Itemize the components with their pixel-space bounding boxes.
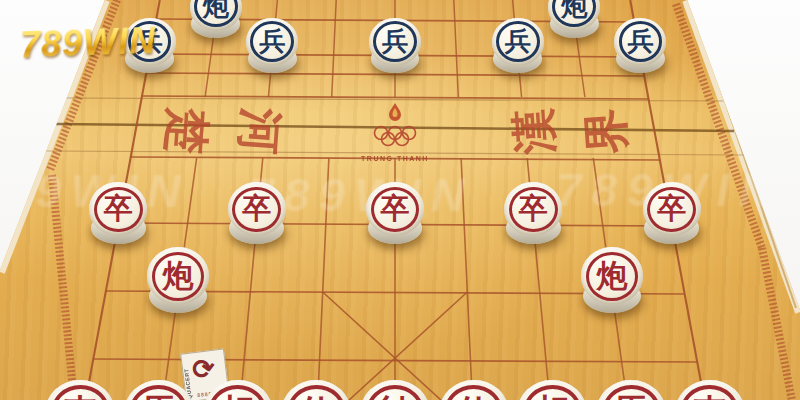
piece-glyph: 兵 <box>492 18 544 66</box>
piece-top-face: 兵 <box>614 18 666 66</box>
piece-glyph: 炮 <box>548 0 600 31</box>
piece-glyph: 兵 <box>369 18 421 66</box>
torch-olympic-rings-icon <box>350 101 440 149</box>
piece-top-face: 炮 <box>548 0 600 31</box>
piece-top-face: 相 <box>203 380 273 400</box>
red-elephant[interactable]: 相 <box>203 380 273 400</box>
piece-top-face: 仕 <box>439 380 509 400</box>
piece-glyph: 卒 <box>228 182 286 236</box>
piece-glyph: 車 <box>45 380 115 400</box>
piece-top-face: 卒 <box>366 182 424 236</box>
piece-top-face: 炮 <box>147 247 209 305</box>
blue-soldier[interactable]: 兵 <box>246 18 298 73</box>
piece-top-face: 炮 <box>581 247 643 305</box>
red-soldier[interactable]: 卒 <box>366 182 424 244</box>
red-soldier[interactable]: 卒 <box>89 182 147 244</box>
piece-glyph: 兵 <box>614 18 666 66</box>
red-cannon[interactable]: 炮 <box>147 247 209 313</box>
piece-glyph: 卒 <box>366 182 424 236</box>
piece-glyph: 馬 <box>124 380 194 400</box>
piece-top-face: 兵 <box>246 18 298 66</box>
piece-top-face: 卒 <box>643 182 701 236</box>
red-chariot[interactable]: 車 <box>675 380 745 400</box>
river-character: 漢 <box>502 106 567 156</box>
piece-glyph: 卒 <box>643 182 701 236</box>
red-chariot[interactable]: 車 <box>45 380 115 400</box>
piece-glyph: 仕 <box>439 380 509 400</box>
piece-glyph: 仕 <box>281 380 351 400</box>
xiangqi-photo: 楚河 漢界 TRUNG THANH QUACERT ⟳ 8888 789WIN … <box>0 0 800 400</box>
piece-top-face: 馬 <box>124 380 194 400</box>
piece-top-face: 帥 <box>360 380 430 400</box>
red-soldier[interactable]: 卒 <box>228 182 286 244</box>
blue-soldier[interactable]: 兵 <box>492 18 544 73</box>
red-horse[interactable]: 馬 <box>596 380 666 400</box>
site-logo-789win: 789WIN <box>19 20 156 67</box>
piece-top-face: 炮 <box>190 0 242 31</box>
board-brand: TRUNG THANH <box>350 101 440 159</box>
river-character: 界 <box>574 106 639 156</box>
piece-glyph: 相 <box>203 380 273 400</box>
piece-glyph: 炮 <box>581 247 643 305</box>
piece-top-face: 相 <box>517 380 587 400</box>
piece-top-face: 仕 <box>281 380 351 400</box>
piece-glyph: 馬 <box>596 380 666 400</box>
piece-glyph: 帥 <box>360 380 430 400</box>
piece-top-face: 兵 <box>492 18 544 66</box>
piece-glyph: 炮 <box>147 247 209 305</box>
piece-top-face: 卒 <box>89 182 147 236</box>
red-soldier[interactable]: 卒 <box>504 182 562 244</box>
piece-top-face: 卒 <box>504 182 562 236</box>
red-soldier[interactable]: 卒 <box>643 182 701 244</box>
piece-glyph: 相 <box>517 380 587 400</box>
blue-soldier[interactable]: 兵 <box>614 18 666 73</box>
blue-cannon[interactable]: 炮 <box>548 0 600 38</box>
piece-top-face: 卒 <box>228 182 286 236</box>
blue-soldier[interactable]: 兵 <box>369 18 421 73</box>
piece-glyph: 卒 <box>89 182 147 236</box>
piece-glyph: 車 <box>675 380 745 400</box>
river-character: 河 <box>226 106 291 156</box>
piece-top-face: 車 <box>675 380 745 400</box>
piece-top-face: 馬 <box>596 380 666 400</box>
red-elephant[interactable]: 相 <box>517 380 587 400</box>
piece-glyph: 卒 <box>504 182 562 236</box>
brand-name: TRUNG THANH <box>350 155 440 162</box>
red-cannon[interactable]: 炮 <box>581 247 643 313</box>
red-advisor[interactable]: 仕 <box>281 380 351 400</box>
piece-glyph: 炮 <box>190 0 242 31</box>
piece-top-face: 車 <box>45 380 115 400</box>
blue-cannon[interactable]: 炮 <box>190 0 242 38</box>
piece-top-face: 兵 <box>369 18 421 66</box>
piece-glyph: 兵 <box>246 18 298 66</box>
river-character: 楚 <box>153 106 218 156</box>
red-general[interactable]: 帥 <box>360 380 430 400</box>
red-horse[interactable]: 馬 <box>124 380 194 400</box>
red-advisor[interactable]: 仕 <box>439 380 509 400</box>
